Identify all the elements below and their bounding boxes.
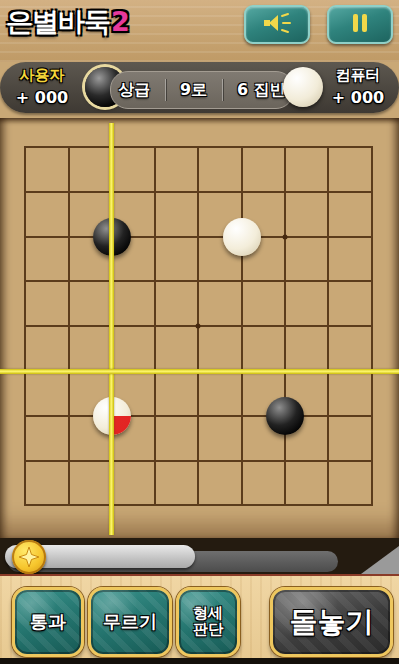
app-window: 은별바둑2 xyxy=(0,0,399,664)
footer-strip xyxy=(0,658,399,664)
speaker-icon xyxy=(260,11,294,39)
app-title-number: 2 xyxy=(111,6,129,37)
place-stone-button[interactable]: 돌놓기 xyxy=(270,587,393,657)
pause-button[interactable] xyxy=(327,5,393,44)
undo-button[interactable]: 무르기 xyxy=(88,587,172,657)
app-title-text: 은별바둑 xyxy=(6,6,110,37)
computer-label: 컴퓨터 xyxy=(318,66,398,85)
place-stone-label: 돌놓기 xyxy=(290,607,374,636)
black-stone xyxy=(266,397,304,435)
pause-icon xyxy=(348,11,372,39)
estimate-label-line2: 판단 xyxy=(193,622,223,638)
player-computer: 컴퓨터 + 000 xyxy=(318,66,398,107)
undo-button-label: 무르기 xyxy=(103,613,157,632)
pass-button-label: 통과 xyxy=(30,613,66,632)
header-bar: 은별바둑2 xyxy=(0,0,399,62)
bottom-panel: 통과 무르기 형세 판단 돌놓기 xyxy=(0,574,399,660)
table-corner xyxy=(361,546,399,574)
komi-label: 6 집반 xyxy=(237,80,286,101)
coin-icon xyxy=(12,540,46,574)
settings-divider xyxy=(222,79,223,101)
user-label: 사용자 xyxy=(2,66,82,85)
user-score: + 000 xyxy=(2,88,82,107)
territory-estimate-button[interactable]: 형세 판단 xyxy=(176,587,240,657)
board-tray xyxy=(0,538,399,574)
game-settings-capsule: 상급 9로 6 집반 xyxy=(110,71,294,109)
white-stone xyxy=(223,218,261,256)
level-label: 상급 xyxy=(118,80,150,101)
go-board[interactable] xyxy=(0,118,399,538)
star-point xyxy=(283,234,288,239)
settings-divider xyxy=(165,79,166,101)
cursor-line-horizontal xyxy=(0,369,399,374)
pass-button[interactable]: 통과 xyxy=(12,587,84,657)
board-size-label: 9로 xyxy=(180,80,207,101)
info-bar: 사용자 + 000 상급 9로 6 집반 컴퓨터 + 000 xyxy=(0,62,399,113)
app-title: 은별바둑2 xyxy=(6,4,129,40)
computer-score: + 000 xyxy=(318,88,398,107)
star-point xyxy=(196,324,201,329)
computer-white-stone xyxy=(283,67,323,107)
player-user: 사용자 + 000 xyxy=(2,66,82,107)
sound-button[interactable] xyxy=(244,5,310,44)
cursor-line-vertical xyxy=(109,123,114,535)
